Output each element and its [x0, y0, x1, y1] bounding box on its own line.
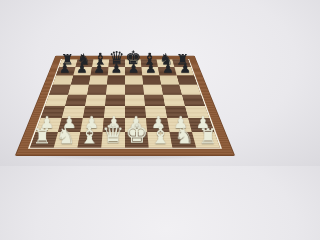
- square-h4[interactable]: [182, 95, 205, 106]
- square-c6[interactable]: [89, 75, 108, 84]
- square-b6[interactable]: [71, 75, 91, 84]
- square-f5[interactable]: [143, 85, 163, 95]
- square-b5[interactable]: [68, 85, 89, 95]
- square-c7[interactable]: ♟: [91, 67, 109, 75]
- square-b1[interactable]: ♞: [54, 132, 81, 148]
- piece-black-pawn-e7[interactable]: ♟: [128, 62, 140, 75]
- piece-white-rook-a1[interactable]: ♜: [33, 126, 52, 147]
- square-d6[interactable]: [107, 75, 125, 84]
- piece-black-pawn-h7[interactable]: ♟: [179, 62, 191, 75]
- piece-black-pawn-b7[interactable]: ♟: [76, 62, 88, 75]
- piece-black-pawn-a7[interactable]: ♟: [59, 62, 71, 75]
- square-e7[interactable]: ♟: [125, 67, 142, 75]
- square-d4[interactable]: [105, 95, 125, 106]
- square-d5[interactable]: [106, 85, 125, 95]
- chess-board: ♜♞♝♛♚♝♞♜♟♟♟♟♟♟♟♟♟♟♟♟♟♟♟♟♜♞♝♛♚♝♞♜: [15, 56, 236, 156]
- photo-scene: ♜♞♝♛♚♝♞♜♟♟♟♟♟♟♟♟♟♟♟♟♟♟♟♟♜♞♝♛♚♝♞♜: [15, 0, 236, 156]
- square-c5[interactable]: [87, 85, 107, 95]
- piece-white-rook-h1[interactable]: ♜: [198, 126, 217, 147]
- square-f7[interactable]: ♟: [141, 67, 159, 75]
- square-h7[interactable]: ♟: [174, 67, 193, 75]
- square-f1[interactable]: ♝: [147, 132, 172, 148]
- square-b4[interactable]: [65, 95, 87, 106]
- piece-black-pawn-f7[interactable]: ♟: [145, 62, 157, 75]
- piece-black-pawn-d7[interactable]: ♟: [111, 62, 123, 75]
- piece-white-king-e1[interactable]: ♚: [125, 121, 149, 147]
- square-h5[interactable]: [179, 85, 201, 95]
- board-grid: ♜♞♝♛♚♝♞♜♟♟♟♟♟♟♟♟♟♟♟♟♟♟♟♟♜♞♝♛♚♝♞♜: [30, 59, 220, 147]
- square-c4[interactable]: [85, 95, 106, 106]
- square-d7[interactable]: ♟: [108, 67, 125, 75]
- square-e5[interactable]: [125, 85, 144, 95]
- square-c1[interactable]: ♝: [78, 132, 103, 148]
- square-e6[interactable]: [125, 75, 143, 84]
- piece-white-knight-g1[interactable]: ♞: [174, 125, 194, 147]
- piece-white-bishop-c1[interactable]: ♝: [79, 124, 99, 147]
- square-e4[interactable]: [125, 95, 145, 106]
- square-d1[interactable]: ♛: [101, 132, 125, 148]
- piece-black-pawn-c7[interactable]: ♟: [93, 62, 105, 75]
- square-h6[interactable]: [177, 75, 198, 84]
- square-f6[interactable]: [142, 75, 161, 84]
- square-g1[interactable]: ♞: [170, 132, 197, 148]
- piece-white-queen-d1[interactable]: ♛: [102, 122, 125, 147]
- square-b7[interactable]: ♟: [73, 67, 92, 75]
- square-g4[interactable]: [163, 95, 185, 106]
- piece-black-pawn-g7[interactable]: ♟: [162, 62, 174, 75]
- square-e1[interactable]: ♚: [125, 132, 149, 148]
- piece-white-bishop-f1[interactable]: ♝: [150, 124, 170, 147]
- piece-white-knight-b1[interactable]: ♞: [56, 125, 76, 147]
- square-h1[interactable]: ♜: [192, 132, 220, 148]
- square-f4[interactable]: [144, 95, 165, 106]
